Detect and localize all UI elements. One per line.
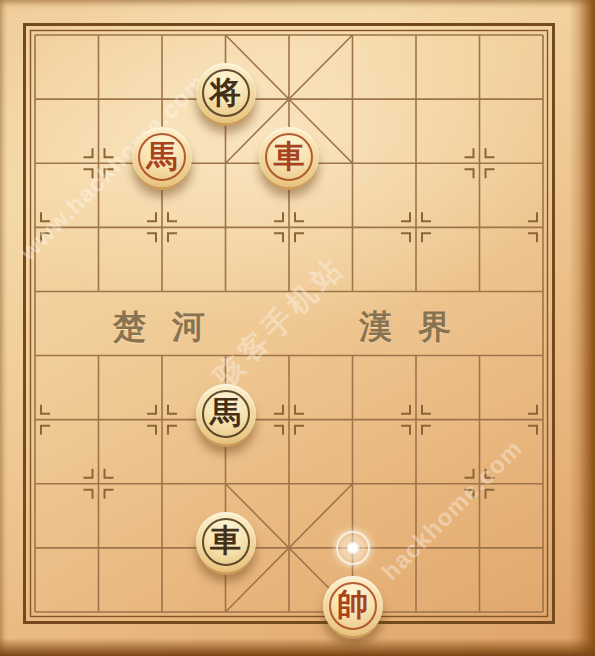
piece-red-chariot[interactable]: 車 bbox=[259, 127, 319, 187]
move-indicator-dot[interactable] bbox=[345, 540, 361, 556]
pieces-layer: 将馬車馬車帥 bbox=[3, 3, 575, 644]
piece-black-horse[interactable]: 馬 bbox=[196, 384, 256, 444]
piece-red-general[interactable]: 帥 bbox=[323, 576, 383, 636]
xiangqi-board[interactable]: 楚河 漢界 www.hackhome.com 骇客手机站 hackhome.co… bbox=[0, 0, 595, 656]
piece-red-horse[interactable]: 馬 bbox=[132, 127, 192, 187]
move-indicator-ring bbox=[336, 531, 370, 565]
piece-glyph: 帥 bbox=[337, 589, 368, 620]
piece-glyph: 馬 bbox=[147, 141, 178, 172]
piece-glyph: 車 bbox=[210, 525, 241, 556]
piece-glyph: 馬 bbox=[210, 397, 241, 428]
piece-glyph: 将 bbox=[210, 77, 241, 108]
piece-glyph: 車 bbox=[274, 141, 305, 172]
piece-black-general[interactable]: 将 bbox=[196, 63, 256, 123]
piece-black-chariot[interactable]: 車 bbox=[196, 512, 256, 572]
